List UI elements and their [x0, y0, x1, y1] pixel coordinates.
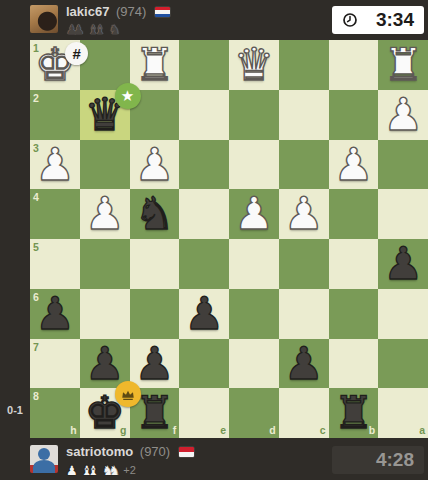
square-c3[interactable]: [279, 140, 329, 190]
winner-crown-badge: [115, 381, 141, 407]
white-pawn-g4[interactable]: ♟: [80, 189, 130, 239]
material-advantage: +2: [123, 464, 136, 476]
white-pawn-h3[interactable]: ♟: [30, 140, 80, 190]
bottom-player-bar: satriotomo (970) ♟♝♝♞♞+2 4:28: [0, 440, 428, 480]
square-d7[interactable]: [229, 339, 279, 389]
square-f5[interactable]: [130, 239, 180, 289]
square-c7[interactable]: ♟: [279, 339, 329, 389]
square-e8[interactable]: e: [179, 388, 229, 438]
square-d3[interactable]: [229, 140, 279, 190]
clock-icon: [342, 12, 358, 28]
top-captured-pieces: ♟♟♝♝♞: [66, 23, 170, 37]
square-e7[interactable]: [179, 339, 229, 389]
white-queen-d1[interactable]: ♛: [229, 40, 279, 90]
croatia-flag-icon: [155, 7, 170, 17]
top-player-name[interactable]: lakic67: [66, 4, 109, 19]
rank-label-7: 7: [33, 342, 39, 352]
white-pawn-c4[interactable]: ♟: [279, 189, 329, 239]
captured-bishop-icons: ♝♝: [81, 463, 94, 478]
white-rook-f1[interactable]: ♜: [130, 40, 180, 90]
square-c1[interactable]: [279, 40, 329, 90]
square-a8[interactable]: a: [378, 388, 428, 438]
square-c8[interactable]: c: [279, 388, 329, 438]
crown-icon: [121, 388, 135, 401]
square-e1[interactable]: [179, 40, 229, 90]
square-a7[interactable]: [378, 339, 428, 389]
captured-knight-icons: ♞♞: [102, 463, 115, 478]
file-label-e: e: [220, 425, 226, 435]
best-move-star-badge: ★: [115, 83, 141, 109]
square-e6[interactable]: ♟: [179, 289, 229, 339]
black-rook-b8[interactable]: ♜: [329, 388, 379, 438]
square-f1[interactable]: ♜: [130, 40, 180, 90]
avatar-head-shape: [38, 448, 50, 460]
white-pawn-d4[interactable]: ♟: [229, 189, 279, 239]
bottom-clock-time: 4:28: [376, 449, 414, 471]
square-g6[interactable]: [80, 289, 130, 339]
left-strip: 0-1: [0, 40, 30, 438]
file-label-d: d: [269, 425, 275, 435]
square-g5[interactable]: [80, 239, 130, 289]
bottom-player-name[interactable]: satriotomo: [66, 444, 133, 459]
square-f7[interactable]: ♟: [130, 339, 180, 389]
square-h6[interactable]: 6♟: [30, 289, 80, 339]
square-h8[interactable]: 8h: [30, 388, 80, 438]
square-d6[interactable]: [229, 289, 279, 339]
square-a1[interactable]: ♜: [378, 40, 428, 90]
rank-label-2: 2: [33, 93, 39, 103]
square-a5[interactable]: ♟: [378, 239, 428, 289]
square-b7[interactable]: [329, 339, 379, 389]
square-a6[interactable]: [378, 289, 428, 339]
square-e2[interactable]: [179, 90, 229, 140]
bottom-player-avatar[interactable]: [30, 445, 58, 473]
captured-bishop-icons: ♝♝: [87, 22, 100, 37]
file-label-h: h: [70, 425, 76, 435]
square-g4[interactable]: ♟: [80, 189, 130, 239]
black-pawn-e6[interactable]: ♟: [179, 289, 229, 339]
bottom-player-clock: 4:28: [332, 446, 424, 474]
black-pawn-h6[interactable]: ♟: [30, 289, 80, 339]
black-pawn-f7[interactable]: ♟: [130, 339, 180, 389]
black-pawn-a5[interactable]: ♟: [378, 239, 428, 289]
square-g1[interactable]: [80, 40, 130, 90]
rank-label-8: 8: [33, 391, 39, 401]
square-a2[interactable]: ♟: [378, 90, 428, 140]
rank-label-4: 4: [33, 192, 39, 202]
black-pawn-c7[interactable]: ♟: [279, 339, 329, 389]
square-a4[interactable]: [378, 189, 428, 239]
chess-board[interactable]: 1♚♜♛♜2♛♟3♟♟♟4♟♞♟♟5♟6♟♟7♟♟♟8hg♚f♜edcb♜a#★: [30, 40, 428, 438]
captured-pawn-icons: ♟♟: [66, 22, 79, 37]
rank-label-5: 5: [33, 242, 39, 252]
bottom-player-info: satriotomo (970) ♟♝♝♞♞+2: [66, 444, 194, 477]
square-b1[interactable]: [329, 40, 379, 90]
avatar-body-shape: [33, 460, 55, 473]
top-player-info: lakic67 (974) ♟♟♝♝♞: [66, 4, 170, 37]
square-f3[interactable]: ♟: [130, 140, 180, 190]
top-player-avatar[interactable]: [30, 5, 58, 33]
square-b8[interactable]: b♜: [329, 388, 379, 438]
top-player-clock: 3:34: [332, 6, 424, 34]
square-e3[interactable]: [179, 140, 229, 190]
square-d4[interactable]: ♟: [229, 189, 279, 239]
square-d5[interactable]: [229, 239, 279, 289]
bottom-captured-pieces: ♟♝♝♞♞+2: [66, 463, 194, 477]
square-e5[interactable]: [179, 239, 229, 289]
black-knight-f4[interactable]: ♞: [130, 189, 180, 239]
square-h7[interactable]: 7: [30, 339, 80, 389]
white-rook-a1[interactable]: ♜: [378, 40, 428, 90]
square-h2[interactable]: 2: [30, 90, 80, 140]
square-f4[interactable]: ♞: [130, 189, 180, 239]
square-g3[interactable]: [80, 140, 130, 190]
square-h4[interactable]: 4: [30, 189, 80, 239]
square-e4[interactable]: [179, 189, 229, 239]
square-a3[interactable]: [378, 140, 428, 190]
checkmate-badge: #: [65, 42, 88, 65]
square-f6[interactable]: [130, 289, 180, 339]
white-pawn-b3[interactable]: ♟: [329, 140, 379, 190]
square-b2[interactable]: [329, 90, 379, 140]
square-h5[interactable]: 5: [30, 239, 80, 289]
top-player-bar: lakic67 (974) ♟♟♝♝♞ 3:34: [0, 0, 428, 40]
bottom-player-rating: (970): [140, 444, 170, 459]
square-d8[interactable]: d: [229, 388, 279, 438]
chess-app: lakic67 (974) ♟♟♝♝♞ 3:34 0-1 1♚♜♛♜2♛♟3♟♟…: [0, 0, 428, 480]
square-c5[interactable]: [279, 239, 329, 289]
top-player-rating: (974): [116, 4, 146, 19]
white-pawn-a2[interactable]: ♟: [378, 90, 428, 140]
square-g7[interactable]: ♟: [80, 339, 130, 389]
square-b5[interactable]: [329, 239, 379, 289]
square-b3[interactable]: ♟: [329, 140, 379, 190]
captured-knight-icons: ♞: [109, 22, 116, 37]
square-c2[interactable]: [279, 90, 329, 140]
indonesia-flag-icon: [179, 447, 194, 457]
square-h3[interactable]: 3♟: [30, 140, 80, 190]
square-d2[interactable]: [229, 90, 279, 140]
game-result: 0-1: [0, 404, 30, 416]
captured-pawn-icons: ♟: [66, 463, 73, 478]
file-label-a: a: [419, 425, 425, 435]
square-d1[interactable]: ♛: [229, 40, 279, 90]
black-pawn-g7[interactable]: ♟: [80, 339, 130, 389]
square-c6[interactable]: [279, 289, 329, 339]
square-b6[interactable]: [329, 289, 379, 339]
top-clock-time: 3:34: [376, 9, 414, 31]
white-pawn-f3[interactable]: ♟: [130, 140, 180, 190]
square-c4[interactable]: ♟: [279, 189, 329, 239]
file-label-c: c: [320, 425, 326, 435]
square-b4[interactable]: [329, 189, 379, 239]
